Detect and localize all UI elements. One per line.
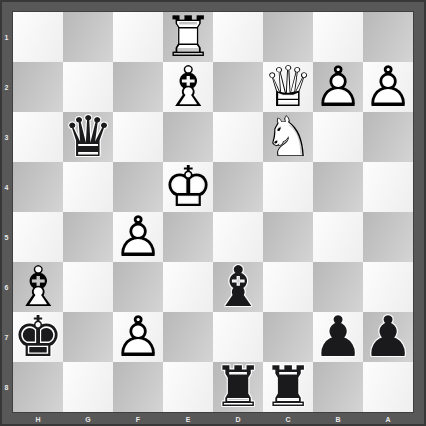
rank-label-3: 3: [0, 112, 13, 162]
square-a6[interactable]: [363, 262, 413, 312]
square-e1[interactable]: ♜♖: [163, 12, 213, 62]
square-d5[interactable]: [213, 212, 263, 262]
file-label-b: B: [313, 412, 363, 426]
square-d3[interactable]: [213, 112, 263, 162]
square-a2[interactable]: ♟♙: [363, 62, 413, 112]
square-e2[interactable]: ♝♗: [163, 62, 213, 112]
square-g1[interactable]: [63, 12, 113, 62]
square-g8[interactable]: [63, 362, 113, 412]
square-a5[interactable]: [363, 212, 413, 262]
square-c3[interactable]: ♞♘: [263, 112, 313, 162]
piece-glyph-fill: ♜: [163, 12, 213, 62]
white-king[interactable]: ♚♔: [163, 162, 213, 212]
piece-glyph-fill: ♛: [263, 62, 313, 112]
black-queen[interactable]: ♛: [63, 112, 113, 162]
square-a7[interactable]: ♟: [363, 312, 413, 362]
square-e4[interactable]: ♚♔: [163, 162, 213, 212]
square-e6[interactable]: [163, 262, 213, 312]
square-e7[interactable]: [163, 312, 213, 362]
piece-glyph-fill: ♞: [263, 112, 313, 162]
square-h6[interactable]: ♝♗: [13, 262, 63, 312]
file-label-f: F: [113, 412, 163, 426]
square-c2[interactable]: ♛♕: [263, 62, 313, 112]
square-b8[interactable]: [313, 362, 363, 412]
black-rook[interactable]: ♜: [213, 362, 263, 412]
piece-glyph-fill: ♚: [163, 162, 213, 212]
square-c7[interactable]: [263, 312, 313, 362]
black-king[interactable]: ♚: [13, 312, 63, 362]
rank-label-1: 1: [0, 12, 13, 62]
file-label-g: G: [63, 412, 113, 426]
square-d1[interactable]: [213, 12, 263, 62]
rank-label-2: 2: [0, 62, 13, 112]
file-label-c: C: [263, 412, 313, 426]
square-f6[interactable]: [113, 262, 163, 312]
black-rook[interactable]: ♜: [263, 362, 313, 412]
square-e8[interactable]: [163, 362, 213, 412]
square-d4[interactable]: [213, 162, 263, 212]
white-knight[interactable]: ♞♘: [263, 112, 313, 162]
piece-glyph: ♟: [313, 312, 363, 362]
square-b5[interactable]: [313, 212, 363, 262]
square-a3[interactable]: [363, 112, 413, 162]
square-d6[interactable]: ♝: [213, 262, 263, 312]
piece-glyph-fill: ♝: [13, 262, 63, 312]
piece-glyph-fill: ♟: [113, 312, 163, 362]
rank-label-5: 5: [0, 212, 13, 262]
piece-glyph-outline: ♙: [363, 62, 413, 112]
square-b2[interactable]: ♟♙: [313, 62, 363, 112]
file-label-d: D: [213, 412, 263, 426]
white-bishop[interactable]: ♝♗: [163, 62, 213, 112]
square-a1[interactable]: [363, 12, 413, 62]
piece-glyph-fill: ♟: [363, 62, 413, 112]
white-queen[interactable]: ♛♕: [263, 62, 313, 112]
piece-glyph-outline: ♕: [263, 62, 313, 112]
white-pawn[interactable]: ♟♙: [313, 62, 363, 112]
square-h2[interactable]: [13, 62, 63, 112]
piece-glyph: ♝: [213, 262, 263, 312]
square-b4[interactable]: [313, 162, 363, 212]
white-bishop[interactable]: ♝♗: [13, 262, 63, 312]
piece-glyph-outline: ♗: [163, 62, 213, 112]
square-f2[interactable]: [113, 62, 163, 112]
piece-glyph-outline: ♘: [263, 112, 313, 162]
square-h5[interactable]: [13, 212, 63, 262]
piece-glyph: ♟: [363, 312, 413, 362]
square-f8[interactable]: [113, 362, 163, 412]
square-g3[interactable]: ♛: [63, 112, 113, 162]
piece-glyph: ♚: [13, 312, 63, 362]
file-label-a: A: [363, 412, 413, 426]
piece-glyph-outline: ♙: [113, 212, 163, 262]
black-pawn[interactable]: ♟: [313, 312, 363, 362]
chessboard-frame: ♜♖♝♗♛♕♟♙♟♙♛♞♘♚♔♟♙♝♗♝♚♟♙♟♟♜♜ 12345678 HGF…: [0, 0, 426, 426]
square-d8[interactable]: ♜: [213, 362, 263, 412]
square-f5[interactable]: ♟♙: [113, 212, 163, 262]
piece-glyph-outline: ♙: [313, 62, 363, 112]
square-f7[interactable]: ♟♙: [113, 312, 163, 362]
piece-glyph-outline: ♙: [113, 312, 163, 362]
file-label-h: H: [13, 412, 63, 426]
piece-glyph-outline: ♔: [163, 162, 213, 212]
square-f3[interactable]: [113, 112, 163, 162]
piece-glyph-fill: ♝: [163, 62, 213, 112]
piece-glyph: ♜: [263, 362, 313, 412]
square-a4[interactable]: [363, 162, 413, 212]
square-g5[interactable]: [63, 212, 113, 262]
square-d2[interactable]: [213, 62, 263, 112]
piece-glyph-fill: ♟: [113, 212, 163, 262]
white-pawn[interactable]: ♟♙: [113, 212, 163, 262]
piece-glyph-fill: ♟: [313, 62, 363, 112]
black-bishop[interactable]: ♝: [213, 262, 263, 312]
rank-label-4: 4: [0, 162, 13, 212]
square-b7[interactable]: ♟: [313, 312, 363, 362]
piece-glyph: ♜: [213, 362, 263, 412]
file-label-e: E: [163, 412, 213, 426]
rank-label-7: 7: [0, 312, 13, 362]
square-d7[interactable]: [213, 312, 263, 362]
square-b3[interactable]: [313, 112, 363, 162]
square-b1[interactable]: [313, 12, 363, 62]
square-h7[interactable]: ♚: [13, 312, 63, 362]
piece-glyph: ♛: [63, 112, 113, 162]
square-c4[interactable]: [263, 162, 313, 212]
piece-glyph-outline: ♗: [13, 262, 63, 312]
square-c8[interactable]: ♜: [263, 362, 313, 412]
square-g6[interactable]: [63, 262, 113, 312]
square-b6[interactable]: [313, 262, 363, 312]
square-g7[interactable]: [63, 312, 113, 362]
square-g4[interactable]: [63, 162, 113, 212]
black-pawn[interactable]: ♟: [363, 312, 413, 362]
square-h8[interactable]: [13, 362, 63, 412]
white-pawn[interactable]: ♟♙: [113, 312, 163, 362]
square-e5[interactable]: [163, 212, 213, 262]
rank-label-8: 8: [0, 362, 13, 412]
square-f4[interactable]: [113, 162, 163, 212]
square-e3[interactable]: [163, 112, 213, 162]
square-g2[interactable]: [63, 62, 113, 112]
white-pawn[interactable]: ♟♙: [363, 62, 413, 112]
white-rook[interactable]: ♜♖: [163, 12, 213, 62]
square-c6[interactable]: [263, 262, 313, 312]
chessboard: ♜♖♝♗♛♕♟♙♟♙♛♞♘♚♔♟♙♝♗♝♚♟♙♟♟♜♜: [13, 12, 413, 412]
rank-label-6: 6: [0, 262, 13, 312]
square-h3[interactable]: [13, 112, 63, 162]
square-a8[interactable]: [363, 362, 413, 412]
square-c5[interactable]: [263, 212, 313, 262]
square-f1[interactable]: [113, 12, 163, 62]
piece-glyph-outline: ♖: [163, 12, 213, 62]
square-h4[interactable]: [13, 162, 63, 212]
square-h1[interactable]: [13, 12, 63, 62]
square-c1[interactable]: [263, 12, 313, 62]
